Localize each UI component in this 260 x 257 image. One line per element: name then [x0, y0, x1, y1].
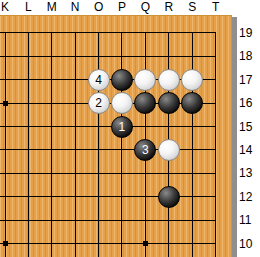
point-K14[interactable] [0, 138, 17, 161]
point-S18[interactable] [180, 45, 203, 68]
point-K19[interactable] [0, 21, 17, 44]
white-stone-S17[interactable] [181, 69, 203, 91]
point-O18[interactable] [87, 45, 110, 68]
point-K10[interactable] [0, 232, 17, 255]
white-stone-Q17[interactable] [134, 69, 156, 91]
row-label-16: 16 [239, 95, 260, 111]
point-S19[interactable] [180, 21, 203, 44]
point-L17[interactable] [17, 68, 40, 91]
star-point-Q10 [143, 241, 148, 246]
point-P17[interactable] [110, 68, 133, 91]
black-stone-Q16[interactable] [134, 92, 156, 114]
white-stone-R14[interactable] [158, 139, 180, 161]
point-T16[interactable] [204, 91, 227, 114]
point-N17[interactable] [63, 68, 86, 91]
point-Q17[interactable] [134, 68, 157, 91]
point-S12[interactable] [180, 185, 203, 208]
point-S17[interactable] [180, 68, 203, 91]
point-P16[interactable] [110, 91, 133, 114]
point-K18[interactable] [0, 45, 17, 68]
point-R12[interactable] [157, 185, 180, 208]
point-K12[interactable] [0, 185, 17, 208]
move-number-label: 1 [119, 121, 126, 133]
point-P18[interactable] [110, 45, 133, 68]
point-R19[interactable] [157, 21, 180, 44]
point-M15[interactable] [40, 115, 63, 138]
point-N10[interactable] [63, 232, 86, 255]
point-M18[interactable] [40, 45, 63, 68]
black-stone-R16[interactable] [158, 92, 180, 114]
point-M16[interactable] [40, 91, 63, 114]
white-stone-R17[interactable] [158, 69, 180, 91]
point-M17[interactable] [40, 68, 63, 91]
white-stone-O17[interactable]: 4 [88, 69, 110, 91]
point-P19[interactable] [110, 21, 133, 44]
point-T19[interactable] [204, 21, 227, 44]
point-O19[interactable] [87, 21, 110, 44]
point-R18[interactable] [157, 45, 180, 68]
point-O10[interactable] [87, 232, 110, 255]
point-S15[interactable] [180, 115, 203, 138]
white-stone-O16[interactable]: 2 [88, 92, 110, 114]
point-R10[interactable] [157, 232, 180, 255]
point-M11[interactable] [40, 208, 63, 231]
point-S13[interactable] [180, 162, 203, 185]
col-label-L: L [22, 1, 35, 14]
point-P10[interactable] [110, 232, 133, 255]
col-label-N: N [69, 1, 82, 14]
point-L18[interactable] [17, 45, 40, 68]
col-label-O: O [92, 1, 105, 14]
point-N12[interactable] [63, 185, 86, 208]
row-label-18: 18 [239, 48, 260, 64]
col-label-R: R [162, 1, 175, 14]
col-label-M: M [45, 1, 58, 14]
point-K17[interactable] [0, 68, 17, 91]
point-O11[interactable] [87, 208, 110, 231]
row-label-13: 13 [239, 165, 260, 181]
row-label-17: 17 [239, 72, 260, 88]
point-N18[interactable] [63, 45, 86, 68]
col-label-K: K [0, 1, 12, 14]
point-K16[interactable] [0, 91, 17, 114]
black-stone-Q14[interactable]: 3 [134, 139, 156, 161]
point-O14[interactable] [87, 138, 110, 161]
point-M19[interactable] [40, 21, 63, 44]
move-number-label: 2 [95, 97, 102, 109]
point-T11[interactable] [204, 208, 227, 231]
row-label-14: 14 [239, 142, 260, 158]
point-L19[interactable] [17, 21, 40, 44]
point-M13[interactable] [40, 162, 63, 185]
point-N16[interactable] [63, 91, 86, 114]
row-label-11: 11 [239, 212, 260, 228]
point-M12[interactable] [40, 185, 63, 208]
point-O15[interactable] [87, 115, 110, 138]
point-R15[interactable] [157, 115, 180, 138]
col-label-Q: Q [139, 1, 152, 14]
black-stone-P17[interactable] [111, 69, 133, 91]
white-stone-P16[interactable] [111, 92, 133, 114]
point-R11[interactable] [157, 208, 180, 231]
point-T17[interactable] [204, 68, 227, 91]
star-point-K10 [3, 241, 8, 246]
point-M14[interactable] [40, 138, 63, 161]
point-K15[interactable] [0, 115, 17, 138]
point-Q14[interactable]: 3 [134, 138, 157, 161]
point-S16[interactable] [180, 91, 203, 114]
point-L13[interactable] [17, 162, 40, 185]
point-N11[interactable] [63, 208, 86, 231]
row-label-15: 15 [239, 119, 260, 135]
point-Q15[interactable] [134, 115, 157, 138]
point-Q18[interactable] [134, 45, 157, 68]
point-N15[interactable] [63, 115, 86, 138]
point-O16[interactable]: 2 [87, 91, 110, 114]
point-Q12[interactable] [134, 185, 157, 208]
point-R13[interactable] [157, 162, 180, 185]
row-label-19: 19 [239, 25, 260, 41]
point-T13[interactable] [204, 162, 227, 185]
point-T10[interactable] [204, 232, 227, 255]
move-number-label: 4 [95, 74, 102, 86]
col-label-P: P [116, 1, 129, 14]
point-P11[interactable] [110, 208, 133, 231]
point-Q19[interactable] [134, 21, 157, 44]
point-K13[interactable] [0, 162, 17, 185]
point-R14[interactable] [157, 138, 180, 161]
board-shadow [232, 17, 237, 257]
point-L12[interactable] [17, 185, 40, 208]
row-label-10: 10 [239, 236, 260, 252]
go-diagram: KLMNOPQRST 4213 19181716151413121110 [0, 0, 260, 257]
point-P13[interactable] [110, 162, 133, 185]
point-P12[interactable] [110, 185, 133, 208]
point-Q11[interactable] [134, 208, 157, 231]
point-T12[interactable] [204, 185, 227, 208]
point-R17[interactable] [157, 68, 180, 91]
point-K11[interactable] [0, 208, 17, 231]
point-N14[interactable] [63, 138, 86, 161]
point-S10[interactable] [180, 232, 203, 255]
point-O17[interactable]: 4 [87, 68, 110, 91]
point-O13[interactable] [87, 162, 110, 185]
move-number-label: 3 [142, 144, 149, 156]
point-T15[interactable] [204, 115, 227, 138]
point-L11[interactable] [17, 208, 40, 231]
point-N19[interactable] [63, 21, 86, 44]
point-L10[interactable] [17, 232, 40, 255]
board-grid: 4213 [0, 21, 227, 255]
col-label-T: T [209, 1, 222, 14]
point-Q10[interactable] [134, 232, 157, 255]
point-P15[interactable]: 1 [110, 115, 133, 138]
point-L15[interactable] [17, 115, 40, 138]
point-Q16[interactable] [134, 91, 157, 114]
star-point-K16 [3, 101, 8, 106]
point-L16[interactable] [17, 91, 40, 114]
point-N13[interactable] [63, 162, 86, 185]
col-label-S: S [186, 1, 199, 14]
point-O12[interactable] [87, 185, 110, 208]
point-R16[interactable] [157, 91, 180, 114]
black-stone-S16[interactable] [181, 92, 203, 114]
point-P14[interactable] [110, 138, 133, 161]
point-S14[interactable] [180, 138, 203, 161]
point-T14[interactable] [204, 138, 227, 161]
black-stone-P15[interactable]: 1 [111, 116, 133, 138]
row-label-12: 12 [239, 189, 260, 205]
black-stone-R12[interactable] [158, 186, 180, 208]
point-L14[interactable] [17, 138, 40, 161]
point-Q13[interactable] [134, 162, 157, 185]
point-M10[interactable] [40, 232, 63, 255]
point-S11[interactable] [180, 208, 203, 231]
point-T18[interactable] [204, 45, 227, 68]
go-board[interactable]: 4213 [0, 15, 232, 257]
